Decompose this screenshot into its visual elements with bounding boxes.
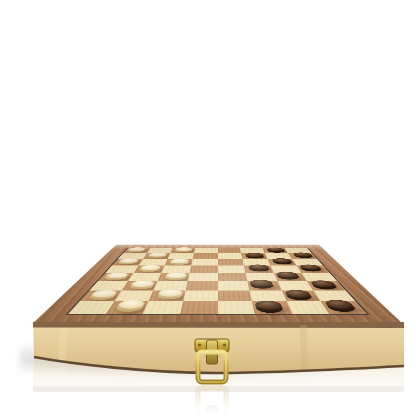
light-checker xyxy=(126,248,146,252)
light-checker xyxy=(117,260,139,265)
square-r8c4 xyxy=(180,301,217,314)
light-checker xyxy=(138,267,161,272)
clasp-screw xyxy=(198,343,201,346)
light-checker xyxy=(164,274,187,280)
dark-checker xyxy=(250,282,275,289)
light-checker xyxy=(169,260,189,265)
square-r4c5 xyxy=(218,265,246,272)
square-r6c4 xyxy=(185,281,217,290)
dark-checker xyxy=(267,249,286,253)
square-r6c2 xyxy=(121,281,157,290)
checkers-set-scene xyxy=(0,0,416,416)
light-checker xyxy=(147,254,167,258)
square-r8c3 xyxy=(143,301,183,314)
board-grid xyxy=(65,248,369,315)
dark-checker xyxy=(293,254,314,258)
checkers-board xyxy=(32,245,403,324)
dark-checker xyxy=(325,302,358,311)
dark-checker xyxy=(311,283,339,290)
square-r4c4 xyxy=(189,265,217,272)
light-checker xyxy=(114,302,145,311)
square-r8c6 xyxy=(252,301,292,314)
square-r5c5 xyxy=(218,273,248,281)
light-checker xyxy=(174,248,192,252)
square-r4c6 xyxy=(244,265,274,272)
square-r6c6 xyxy=(247,281,281,290)
dark-checker xyxy=(255,303,284,312)
square-r7c4 xyxy=(183,290,217,301)
clasp-screw xyxy=(223,343,226,346)
square-r8c2 xyxy=(105,301,148,314)
dark-checker xyxy=(276,274,300,280)
square-r7c5 xyxy=(218,290,252,301)
square-r8c5 xyxy=(218,301,255,314)
square-r4c2 xyxy=(133,265,164,272)
square-r5c3 xyxy=(158,273,190,281)
square-r8c8 xyxy=(321,301,367,314)
square-r5c4 xyxy=(188,273,218,281)
box-top-rim xyxy=(33,322,404,328)
light-checker xyxy=(128,283,155,290)
light-checker xyxy=(87,292,118,300)
dark-checker xyxy=(285,292,314,300)
product-photo-stage xyxy=(0,0,416,416)
dark-checker xyxy=(249,266,271,271)
square-r6c5 xyxy=(218,281,250,290)
wood-grain-streak xyxy=(300,325,308,371)
square-r4c8 xyxy=(297,265,330,272)
light-checker xyxy=(156,291,183,299)
board-3d-wrap xyxy=(32,0,403,324)
square-r6c8 xyxy=(307,281,345,290)
square-r7c3 xyxy=(149,290,186,301)
light-checker xyxy=(103,274,129,280)
brass-clasp xyxy=(191,337,233,387)
dark-checker xyxy=(272,260,293,265)
dark-checker xyxy=(246,254,265,258)
dark-checker xyxy=(299,266,323,271)
